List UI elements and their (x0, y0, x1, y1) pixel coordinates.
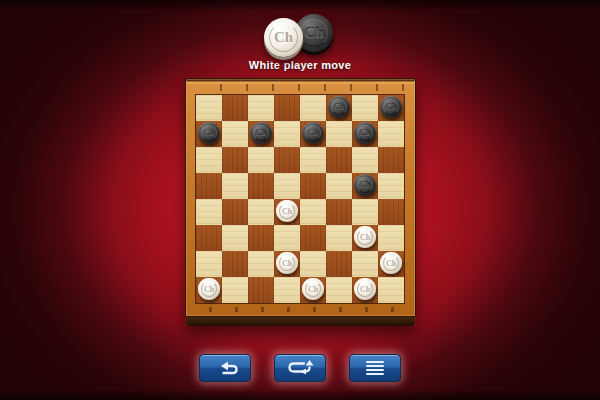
square-r4c3[interactable] (248, 173, 274, 199)
white-player-disc: Ch (264, 18, 303, 57)
checker-piece-white[interactable]: Ch (276, 252, 298, 274)
square-r6c3[interactable] (248, 225, 274, 251)
square-r2c6[interactable] (326, 121, 352, 147)
square-r6c1[interactable] (196, 225, 222, 251)
square-r7c5[interactable] (300, 251, 326, 277)
square-r1c4[interactable] (274, 95, 300, 121)
square-r2c3[interactable]: Ch (248, 121, 274, 147)
piece-emboss-text: Ch (250, 122, 272, 144)
piece-emboss-text: Ch (380, 252, 402, 274)
piece-emboss-text: Ch (354, 278, 376, 300)
square-r2c1[interactable]: Ch (196, 121, 222, 147)
checker-piece-black[interactable]: Ch (354, 122, 376, 144)
checker-piece-black[interactable]: Ch (250, 122, 272, 144)
square-r3c4[interactable] (274, 147, 300, 173)
square-r8c6[interactable] (326, 277, 352, 303)
square-r6c8[interactable] (378, 225, 404, 251)
square-r6c5[interactable] (300, 225, 326, 251)
square-r4c8[interactable] (378, 173, 404, 199)
square-r4c4[interactable] (274, 173, 300, 199)
square-r1c8[interactable]: Ch (378, 95, 404, 121)
square-r7c1[interactable] (196, 251, 222, 277)
square-r2c7[interactable]: Ch (352, 121, 378, 147)
square-r3c5[interactable] (300, 147, 326, 173)
square-r5c6[interactable] (326, 199, 352, 225)
square-r5c1[interactable] (196, 199, 222, 225)
restart-button[interactable] (274, 354, 326, 382)
piece-emboss-text: Ch (354, 122, 376, 144)
checker-piece-white[interactable]: Ch (198, 278, 220, 300)
checker-piece-black[interactable]: Ch (328, 96, 350, 118)
square-r5c5[interactable] (300, 199, 326, 225)
square-r4c6[interactable] (326, 173, 352, 199)
piece-emboss-text: Ch (354, 226, 376, 248)
board-grid: ChChChChChChChChChChChChChCh (196, 95, 404, 303)
undo-arrow-icon (210, 359, 240, 377)
bottom-shade-strip (0, 391, 600, 400)
square-r1c5[interactable] (300, 95, 326, 121)
piece-emboss-text: Ch (302, 278, 324, 300)
square-r8c2[interactable] (222, 277, 248, 303)
square-r3c3[interactable] (248, 147, 274, 173)
piece-emboss-text: Ch (302, 122, 324, 144)
piece-emboss-text: Ch (276, 200, 298, 222)
square-r7c4[interactable]: Ch (274, 251, 300, 277)
square-r2c8[interactable] (378, 121, 404, 147)
checker-piece-black[interactable]: Ch (380, 96, 402, 118)
piece-emboss-text: Ch (198, 122, 220, 144)
square-r6c6[interactable] (326, 225, 352, 251)
checker-piece-black[interactable]: Ch (354, 174, 376, 196)
square-r4c5[interactable] (300, 173, 326, 199)
square-r7c6[interactable] (326, 251, 352, 277)
square-r5c8[interactable] (378, 199, 404, 225)
replay-loop-icon (284, 359, 316, 377)
square-r6c2[interactable] (222, 225, 248, 251)
piece-emboss-text: Ch (328, 96, 350, 118)
square-r8c7[interactable]: Ch (352, 277, 378, 303)
square-r3c2[interactable] (222, 147, 248, 173)
square-r2c5[interactable]: Ch (300, 121, 326, 147)
square-r7c7[interactable] (352, 251, 378, 277)
menu-lines-icon (363, 359, 387, 377)
square-r5c7[interactable] (352, 199, 378, 225)
undo-button[interactable] (199, 354, 251, 382)
piece-emboss-text: Ch (198, 278, 220, 300)
checker-piece-white[interactable]: Ch (354, 278, 376, 300)
square-r5c3[interactable] (248, 199, 274, 225)
square-r7c2[interactable] (222, 251, 248, 277)
piece-emboss-text: Ch (380, 96, 402, 118)
square-r3c6[interactable] (326, 147, 352, 173)
checkers-board: ChChChChChChChChChChChChChCh (185, 78, 416, 326)
square-r8c8[interactable] (378, 277, 404, 303)
menu-button[interactable] (349, 354, 401, 382)
square-r1c2[interactable] (222, 95, 248, 121)
square-r8c3[interactable] (248, 277, 274, 303)
square-r4c7[interactable]: Ch (352, 173, 378, 199)
square-r7c8[interactable]: Ch (378, 251, 404, 277)
checker-piece-white[interactable]: Ch (302, 278, 324, 300)
square-r2c4[interactable] (274, 121, 300, 147)
square-r5c2[interactable] (222, 199, 248, 225)
square-r1c3[interactable] (248, 95, 274, 121)
square-r8c1[interactable]: Ch (196, 277, 222, 303)
turn-indicator: Ch Ch White player move (0, 0, 600, 78)
square-r3c1[interactable] (196, 147, 222, 173)
square-r4c1[interactable] (196, 173, 222, 199)
piece-emboss-text: Ch (276, 252, 298, 274)
white-disc-emboss-text: Ch (264, 18, 303, 57)
square-r8c5[interactable]: Ch (300, 277, 326, 303)
turn-label: White player move (0, 59, 600, 71)
square-r6c7[interactable]: Ch (352, 225, 378, 251)
piece-emboss-text: Ch (354, 174, 376, 196)
toolbar (0, 354, 600, 382)
checker-piece-white[interactable]: Ch (276, 200, 298, 222)
square-r3c7[interactable] (352, 147, 378, 173)
square-r8c4[interactable] (274, 277, 300, 303)
board-bottom-edge (186, 317, 415, 326)
square-r1c1[interactable] (196, 95, 222, 121)
checker-piece-white[interactable]: Ch (380, 252, 402, 274)
square-r1c7[interactable] (352, 95, 378, 121)
square-r7c3[interactable] (248, 251, 274, 277)
square-r2c2[interactable] (222, 121, 248, 147)
square-r5c4[interactable]: Ch (274, 199, 300, 225)
checker-piece-white[interactable]: Ch (354, 226, 376, 248)
square-r1c6[interactable]: Ch (326, 95, 352, 121)
square-r3c8[interactable] (378, 147, 404, 173)
checker-piece-black[interactable]: Ch (198, 122, 220, 144)
checker-piece-black[interactable]: Ch (302, 122, 324, 144)
square-r4c2[interactable] (222, 173, 248, 199)
square-r6c4[interactable] (274, 225, 300, 251)
